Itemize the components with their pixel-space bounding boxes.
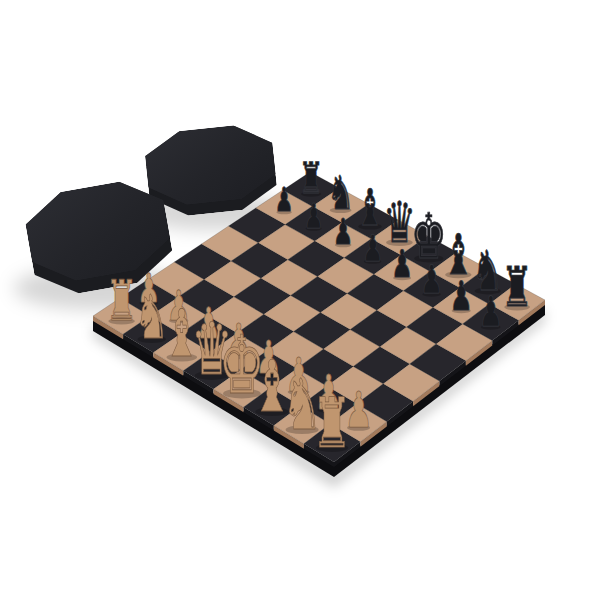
piece-black-pawn: ♟ [275,180,294,219]
piece-white-rook: ♜ [312,382,352,463]
piece-black-pawn: ♟ [333,211,354,253]
chess-set-product-photo: ♜♞♟♝♟♛♟♚♟♝♟♞♟♟♜♟♟♜♟♟♞♟♝♟♛♟♚♟♝♟♞♜ [0,0,600,600]
chess-board: ♜♞♟♝♟♛♟♚♟♝♟♞♟♟♜♟♟♜♟♟♞♟♝♟♛♟♚♟♝♟♞♜ [0,0,600,600]
piece-black-pawn: ♟ [362,226,383,269]
piece-black-pawn: ♟ [479,287,503,336]
piece-black-pawn: ♟ [304,195,324,235]
piece-black-rook: ♜ [501,255,532,319]
piece-white-rook: ♜ [105,268,137,333]
piece-black-pawn: ♟ [450,272,473,320]
piece-black-pawn: ♟ [391,241,413,286]
piece-black-pawn: ♟ [420,256,443,302]
